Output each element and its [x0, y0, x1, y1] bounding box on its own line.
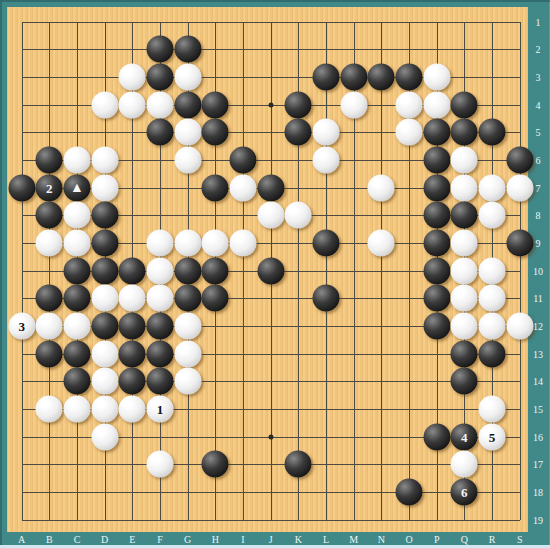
black-stone-I6[interactable] [230, 147, 257, 174]
column-label-M: M [349, 533, 358, 546]
row-label-19: 19 [528, 514, 548, 525]
grid-line-horizontal [22, 520, 520, 521]
white-stone-J8[interactable] [257, 202, 284, 229]
black-stone-F3[interactable] [147, 64, 174, 91]
white-stone-G3[interactable] [174, 64, 201, 91]
black-stone-G10[interactable] [174, 257, 201, 284]
white-stone-B9[interactable] [36, 230, 63, 257]
row-label-16: 16 [528, 431, 548, 442]
black-stone-H10[interactable] [202, 257, 229, 284]
white-stone-G6[interactable] [174, 147, 201, 174]
black-stone-D10[interactable] [91, 257, 118, 284]
grid-line-horizontal [22, 464, 520, 465]
black-stone-D12[interactable] [91, 313, 118, 340]
white-stone-D16[interactable] [91, 423, 118, 450]
row-label-13: 13 [528, 348, 548, 359]
white-stone-R8[interactable] [479, 202, 506, 229]
row-label-6: 6 [528, 155, 548, 166]
column-label-C: C [74, 533, 81, 546]
black-stone-H5[interactable] [202, 119, 229, 146]
white-stone-O5[interactable] [396, 119, 423, 146]
star-point [268, 434, 273, 439]
column-label-G: G [184, 533, 191, 546]
grid-line-horizontal [22, 492, 520, 493]
white-stone-G14[interactable] [174, 368, 201, 395]
black-stone-P11[interactable] [423, 285, 450, 312]
white-stone-K8[interactable] [285, 202, 312, 229]
white-stone-L5[interactable] [313, 119, 340, 146]
grid-line-vertical [520, 22, 521, 520]
row-label-5: 5 [528, 127, 548, 138]
row-label-1: 1 [528, 16, 548, 27]
black-stone-C11[interactable] [64, 285, 91, 312]
row-label-7: 7 [528, 182, 548, 193]
black-stone-J10[interactable] [257, 257, 284, 284]
white-stone-B12[interactable] [36, 313, 63, 340]
black-stone-F13[interactable] [147, 340, 174, 367]
black-stone-L3[interactable] [313, 64, 340, 91]
white-stone-I9[interactable] [230, 230, 257, 257]
black-stone-E13[interactable] [119, 340, 146, 367]
white-stone-D7[interactable] [91, 174, 118, 201]
move-number-3: 3 [18, 320, 25, 333]
go-board[interactable]: 2▲31456 [7, 7, 528, 532]
column-label-E: E [129, 533, 135, 546]
white-stone-F10[interactable] [147, 257, 174, 284]
row-label-15: 15 [528, 404, 548, 415]
black-stone-Q16[interactable]: 4 [451, 423, 478, 450]
white-stone-Q11[interactable] [451, 285, 478, 312]
black-stone-R13[interactable] [479, 340, 506, 367]
white-stone-E4[interactable] [119, 91, 146, 118]
row-label-11: 11 [528, 293, 548, 304]
black-stone-E14[interactable] [119, 368, 146, 395]
white-stone-C8[interactable] [64, 202, 91, 229]
white-stone-G12[interactable] [174, 313, 201, 340]
black-stone-A7[interactable] [8, 174, 35, 201]
black-stone-Q4[interactable] [451, 91, 478, 118]
white-stone-Q9[interactable] [451, 230, 478, 257]
white-stone-C12[interactable] [64, 313, 91, 340]
white-stone-E11[interactable] [119, 285, 146, 312]
black-stone-C7[interactable]: ▲ [64, 174, 91, 201]
white-stone-D6[interactable] [91, 147, 118, 174]
go-diagram: 2▲31456 ABCDEFGHIJKLMNOPQRS1234567891011… [0, 0, 550, 548]
white-stone-A12[interactable]: 3 [8, 313, 35, 340]
star-point [268, 102, 273, 107]
black-stone-G11[interactable] [174, 285, 201, 312]
row-label-17: 17 [528, 459, 548, 470]
white-stone-F11[interactable] [147, 285, 174, 312]
white-stone-D14[interactable] [91, 368, 118, 395]
black-stone-P8[interactable] [423, 202, 450, 229]
black-stone-K17[interactable] [285, 451, 312, 478]
black-stone-F14[interactable] [147, 368, 174, 395]
black-stone-P7[interactable] [423, 174, 450, 201]
row-label-12: 12 [528, 321, 548, 332]
white-stone-D15[interactable] [91, 396, 118, 423]
column-label-R: R [489, 533, 496, 546]
black-stone-O18[interactable] [396, 479, 423, 506]
black-stone-L11[interactable] [313, 285, 340, 312]
white-stone-R15[interactable] [479, 396, 506, 423]
black-stone-P9[interactable] [423, 230, 450, 257]
black-stone-P16[interactable] [423, 423, 450, 450]
white-stone-F4[interactable] [147, 91, 174, 118]
black-stone-B8[interactable] [36, 202, 63, 229]
triangle-mark: ▲ [70, 181, 84, 195]
row-label-8: 8 [528, 210, 548, 221]
move-number-2: 2 [46, 181, 53, 194]
white-stone-R11[interactable] [479, 285, 506, 312]
white-stone-E15[interactable] [119, 396, 146, 423]
row-label-14: 14 [528, 376, 548, 387]
column-label-B: B [46, 533, 53, 546]
row-label-18: 18 [528, 487, 548, 498]
black-stone-Q13[interactable] [451, 340, 478, 367]
white-stone-I7[interactable] [230, 174, 257, 201]
black-stone-G2[interactable] [174, 36, 201, 63]
black-stone-G4[interactable] [174, 91, 201, 118]
black-stone-D8[interactable] [91, 202, 118, 229]
white-stone-E3[interactable] [119, 64, 146, 91]
white-stone-N7[interactable] [368, 174, 395, 201]
column-label-Q: Q [461, 533, 468, 546]
white-stone-C9[interactable] [64, 230, 91, 257]
black-stone-P6[interactable] [423, 147, 450, 174]
white-stone-P4[interactable] [423, 91, 450, 118]
white-stone-C15[interactable] [64, 396, 91, 423]
black-stone-B11[interactable] [36, 285, 63, 312]
black-stone-Q8[interactable] [451, 202, 478, 229]
column-label-H: H [212, 533, 219, 546]
white-stone-G5[interactable] [174, 119, 201, 146]
white-stone-C6[interactable] [64, 147, 91, 174]
black-stone-P5[interactable] [423, 119, 450, 146]
white-stone-Q17[interactable] [451, 451, 478, 478]
black-stone-H17[interactable] [202, 451, 229, 478]
white-stone-P3[interactable] [423, 64, 450, 91]
black-stone-L9[interactable] [313, 230, 340, 257]
column-label-I: I [241, 533, 244, 546]
black-stone-O3[interactable] [396, 64, 423, 91]
column-label-P: P [434, 533, 440, 546]
white-stone-H9[interactable] [202, 230, 229, 257]
white-stone-F17[interactable] [147, 451, 174, 478]
column-label-D: D [101, 533, 108, 546]
row-label-3: 3 [528, 72, 548, 83]
white-stone-G13[interactable] [174, 340, 201, 367]
white-stone-R10[interactable] [479, 257, 506, 284]
white-stone-F9[interactable] [147, 230, 174, 257]
black-stone-B13[interactable] [36, 340, 63, 367]
row-label-9: 9 [528, 238, 548, 249]
black-stone-Q14[interactable] [451, 368, 478, 395]
black-stone-P12[interactable] [423, 313, 450, 340]
column-label-O: O [405, 533, 412, 546]
column-label-A: A [18, 533, 25, 546]
move-number-4: 4 [461, 430, 468, 443]
white-stone-B15[interactable] [36, 396, 63, 423]
column-label-S: S [517, 533, 523, 546]
black-stone-K4[interactable] [285, 91, 312, 118]
black-stone-D9[interactable] [91, 230, 118, 257]
white-stone-D4[interactable] [91, 91, 118, 118]
row-label-4: 4 [528, 99, 548, 110]
white-stone-D13[interactable] [91, 340, 118, 367]
row-label-2: 2 [528, 44, 548, 55]
black-stone-B6[interactable] [36, 147, 63, 174]
black-stone-C10[interactable] [64, 257, 91, 284]
white-stone-M4[interactable] [340, 91, 367, 118]
black-stone-C14[interactable] [64, 368, 91, 395]
white-stone-O4[interactable] [396, 91, 423, 118]
black-stone-N3[interactable] [368, 64, 395, 91]
column-label-N: N [378, 533, 385, 546]
white-stone-G9[interactable] [174, 230, 201, 257]
go-board-frame: 2▲31456 ABCDEFGHIJKLMNOPQRS1234567891011… [0, 0, 550, 548]
move-number-5: 5 [489, 430, 496, 443]
black-stone-R5[interactable] [479, 119, 506, 146]
white-stone-L6[interactable] [313, 147, 340, 174]
black-stone-B7[interactable]: 2 [36, 174, 63, 201]
black-stone-J7[interactable] [257, 174, 284, 201]
black-stone-C13[interactable] [64, 340, 91, 367]
black-stone-H7[interactable] [202, 174, 229, 201]
move-number-1: 1 [157, 403, 164, 416]
grid-line-vertical [326, 22, 327, 520]
black-stone-K5[interactable] [285, 119, 312, 146]
white-stone-R12[interactable] [479, 313, 506, 340]
column-label-L: L [323, 533, 329, 546]
white-stone-Q10[interactable] [451, 257, 478, 284]
black-stone-E10[interactable] [119, 257, 146, 284]
white-stone-R16[interactable]: 5 [479, 423, 506, 450]
white-stone-Q12[interactable] [451, 313, 478, 340]
black-stone-E12[interactable] [119, 313, 146, 340]
black-stone-F12[interactable] [147, 313, 174, 340]
black-stone-F2[interactable] [147, 36, 174, 63]
white-stone-D11[interactable] [91, 285, 118, 312]
black-stone-Q18[interactable]: 6 [451, 479, 478, 506]
black-stone-F5[interactable] [147, 119, 174, 146]
black-stone-P10[interactable] [423, 257, 450, 284]
black-stone-H11[interactable] [202, 285, 229, 312]
grid-line-vertical [381, 22, 382, 520]
white-stone-R7[interactable] [479, 174, 506, 201]
black-stone-M3[interactable] [340, 64, 367, 91]
white-stone-N9[interactable] [368, 230, 395, 257]
black-stone-Q5[interactable] [451, 119, 478, 146]
white-stone-F15[interactable]: 1 [147, 396, 174, 423]
column-label-F: F [157, 533, 163, 546]
black-stone-H4[interactable] [202, 91, 229, 118]
move-number-6: 6 [461, 486, 468, 499]
white-stone-Q7[interactable] [451, 174, 478, 201]
column-label-K: K [295, 533, 302, 546]
column-label-J: J [269, 533, 273, 546]
white-stone-Q6[interactable] [451, 147, 478, 174]
row-label-10: 10 [528, 265, 548, 276]
